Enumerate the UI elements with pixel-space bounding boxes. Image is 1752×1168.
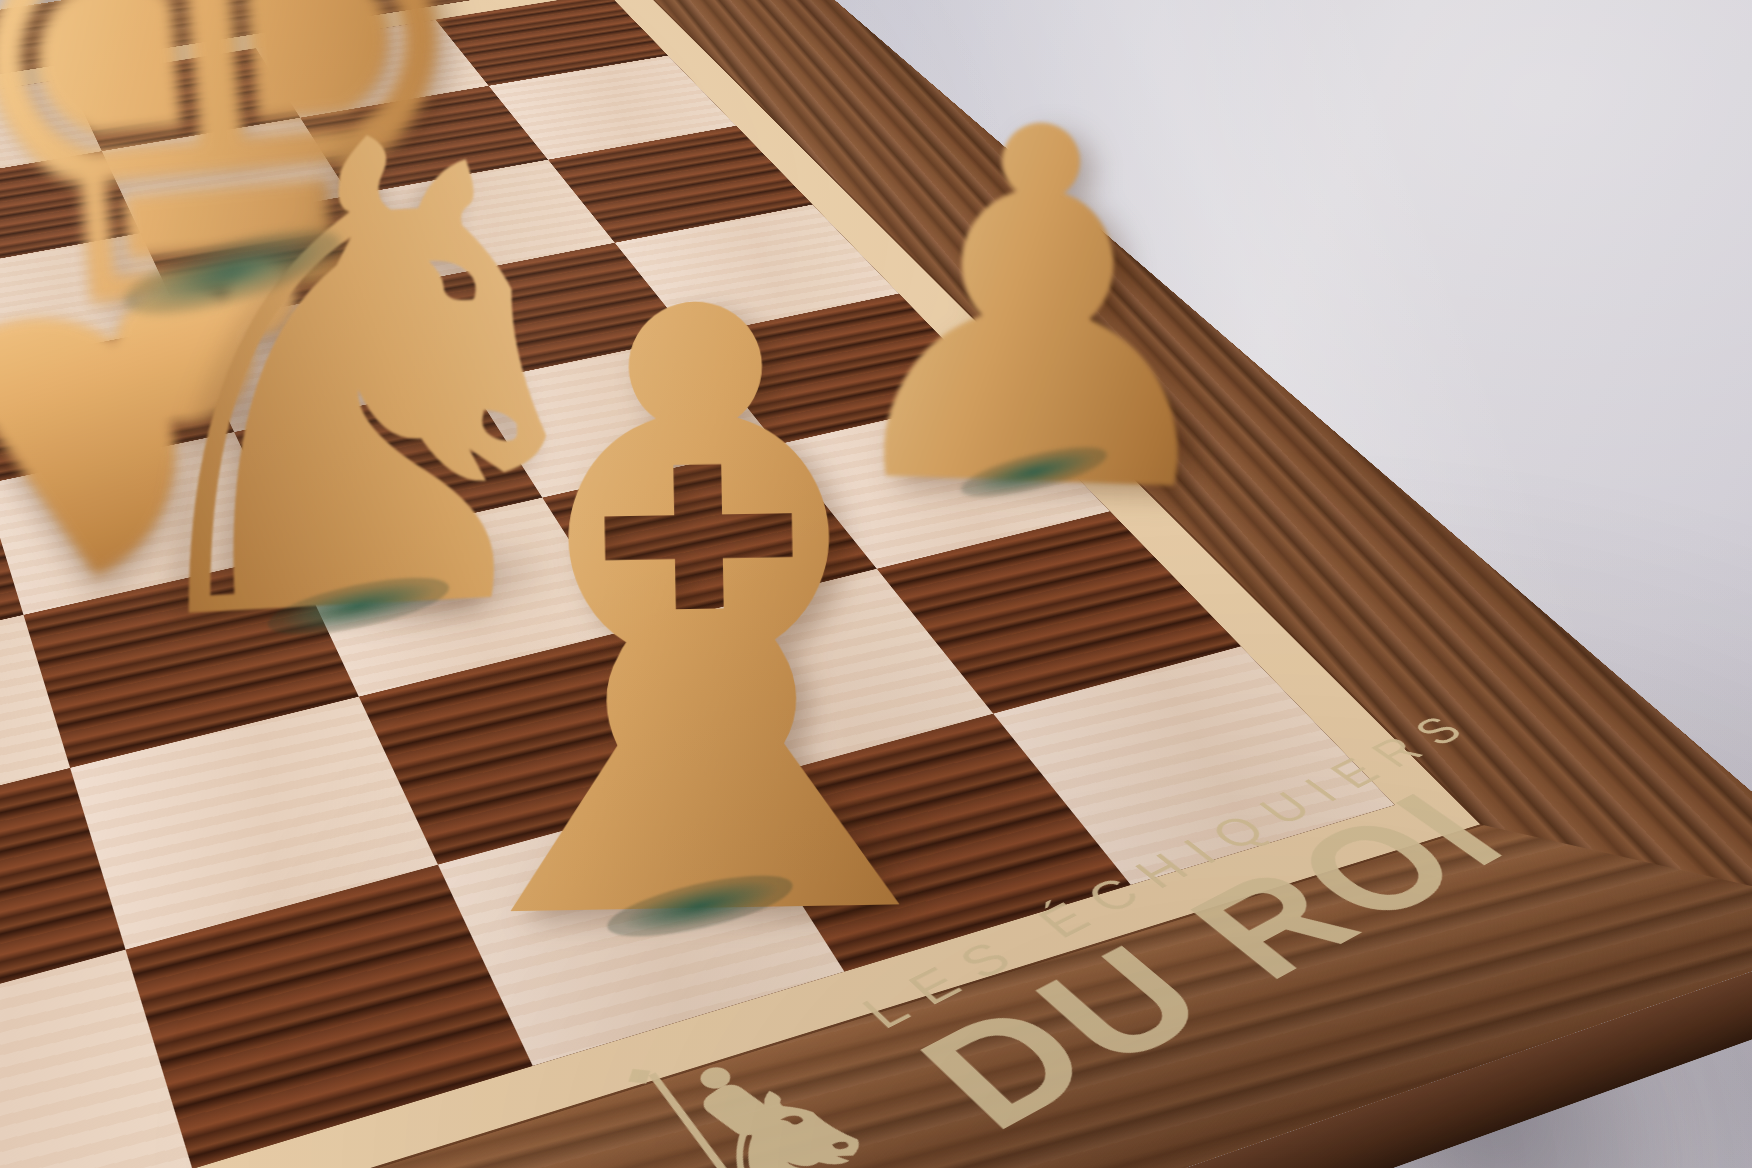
chessboard-photo-scene: ♞ LES ÉCHIQUIERS DU ROI ♚♟♞♝♟ xyxy=(0,0,1752,1168)
chessboard: ♞ LES ÉCHIQUIERS DU ROI xyxy=(0,0,1752,1168)
board-perspective-wrap: ♞ LES ÉCHIQUIERS DU ROI xyxy=(0,0,1752,1168)
